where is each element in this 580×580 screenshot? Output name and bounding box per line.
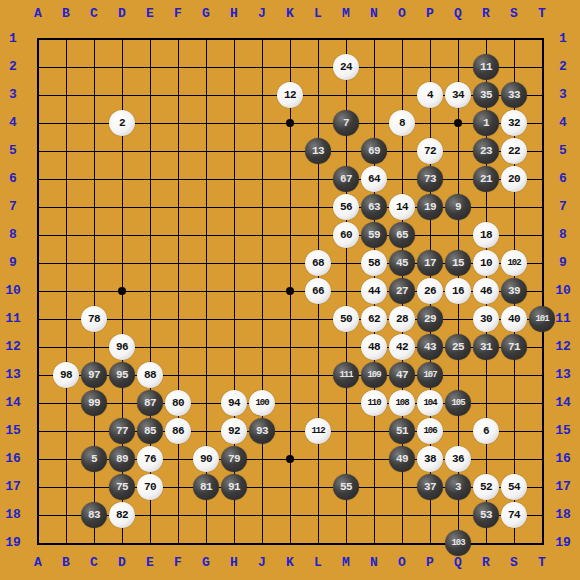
column-label-bottom-M: M xyxy=(334,555,358,571)
stone-black-19-P7[interactable]: 19 xyxy=(417,194,443,220)
column-label-top-O: O xyxy=(390,6,414,22)
row-label-left-2: 2 xyxy=(1,59,25,75)
stone-white-26-P10[interactable]: 26 xyxy=(417,278,443,304)
row-label-left-7: 7 xyxy=(1,199,25,215)
column-label-bottom-N: N xyxy=(362,555,386,571)
stone-white-16-Q10[interactable]: 16 xyxy=(445,278,471,304)
column-label-bottom-D: D xyxy=(110,555,134,571)
column-label-top-R: R xyxy=(474,6,498,22)
stone-white-10-R9[interactable]: 10 xyxy=(473,250,499,276)
column-label-bottom-H: H xyxy=(222,555,246,571)
row-label-left-6: 6 xyxy=(1,171,25,187)
stone-black-111-M13[interactable]: 111 xyxy=(333,362,359,388)
column-label-bottom-B: B xyxy=(54,555,78,571)
row-label-left-4: 4 xyxy=(1,115,25,131)
stone-white-48-N12[interactable]: 48 xyxy=(361,334,387,360)
stone-black-29-P11[interactable]: 29 xyxy=(417,306,443,332)
stone-white-6-R15[interactable]: 6 xyxy=(473,418,499,444)
stone-white-40-S11[interactable]: 40 xyxy=(501,306,527,332)
column-label-bottom-C: C xyxy=(82,555,106,571)
stone-white-74-S18[interactable]: 74 xyxy=(501,502,527,528)
stone-white-4-P3[interactable]: 4 xyxy=(417,82,443,108)
stone-white-80-F14[interactable]: 80 xyxy=(165,390,191,416)
stone-black-25-Q12[interactable]: 25 xyxy=(445,334,471,360)
stone-black-17-P9[interactable]: 17 xyxy=(417,250,443,276)
row-label-left-10: 10 xyxy=(1,283,25,299)
stone-black-101-T11[interactable]: 101 xyxy=(529,306,555,332)
stone-white-24-M2[interactable]: 24 xyxy=(333,54,359,80)
stone-black-11-R2[interactable]: 11 xyxy=(473,54,499,80)
row-label-left-9: 9 xyxy=(1,255,25,271)
row-label-left-16: 16 xyxy=(1,451,25,467)
stone-white-104-P14[interactable]: 104 xyxy=(417,390,443,416)
stone-white-54-S17[interactable]: 54 xyxy=(501,474,527,500)
stone-white-42-O12[interactable]: 42 xyxy=(389,334,415,360)
stone-black-71-S12[interactable]: 71 xyxy=(501,334,527,360)
stone-black-21-R6[interactable]: 21 xyxy=(473,166,499,192)
stone-white-62-N11[interactable]: 62 xyxy=(361,306,387,332)
stone-black-77-D15[interactable]: 77 xyxy=(109,418,135,444)
stone-white-66-L10[interactable]: 66 xyxy=(305,278,331,304)
stone-black-105-Q14[interactable]: 105 xyxy=(445,390,471,416)
stone-black-33-S3[interactable]: 33 xyxy=(501,82,527,108)
column-label-bottom-A: A xyxy=(26,555,50,571)
column-label-bottom-F: F xyxy=(166,555,190,571)
stone-black-87-E14[interactable]: 87 xyxy=(137,390,163,416)
row-label-left-15: 15 xyxy=(1,423,25,439)
stone-white-68-L9[interactable]: 68 xyxy=(305,250,331,276)
stone-white-44-N10[interactable]: 44 xyxy=(361,278,387,304)
column-label-top-S: S xyxy=(502,6,526,22)
column-label-top-N: N xyxy=(362,6,386,22)
column-label-bottom-P: P xyxy=(418,555,442,571)
column-label-bottom-J: J xyxy=(250,555,274,571)
stone-white-36-Q16[interactable]: 36 xyxy=(445,446,471,472)
stone-white-22-S5[interactable]: 22 xyxy=(501,138,527,164)
stone-white-20-S6[interactable]: 20 xyxy=(501,166,527,192)
stone-white-52-R17[interactable]: 52 xyxy=(473,474,499,500)
stone-white-96-D12[interactable]: 96 xyxy=(109,334,135,360)
column-label-top-K: K xyxy=(278,6,302,22)
stone-white-70-E17[interactable]: 70 xyxy=(137,474,163,500)
column-label-bottom-T: T xyxy=(530,555,554,571)
stone-white-72-P5[interactable]: 72 xyxy=(417,138,443,164)
stone-black-47-O13[interactable]: 47 xyxy=(389,362,415,388)
column-label-bottom-E: E xyxy=(138,555,162,571)
column-label-bottom-G: G xyxy=(194,555,218,571)
column-label-top-A: A xyxy=(26,6,50,22)
stone-white-30-R11[interactable]: 30 xyxy=(473,306,499,332)
stones-layer: 2411124343533278132136972232267647321205… xyxy=(24,25,556,557)
stone-black-27-O10[interactable]: 27 xyxy=(389,278,415,304)
stone-black-67-M6[interactable]: 67 xyxy=(333,166,359,192)
column-label-bottom-S: S xyxy=(502,555,526,571)
column-label-bottom-K: K xyxy=(278,555,302,571)
stone-white-112-L15[interactable]: 112 xyxy=(305,418,331,444)
stone-black-89-D16[interactable]: 89 xyxy=(109,446,135,472)
stone-white-50-M11[interactable]: 50 xyxy=(333,306,359,332)
row-label-left-18: 18 xyxy=(1,507,25,523)
stone-white-82-D18[interactable]: 82 xyxy=(109,502,135,528)
stone-black-35-R3[interactable]: 35 xyxy=(473,82,499,108)
stone-white-2-D4[interactable]: 2 xyxy=(109,110,135,136)
stone-white-100-J14[interactable]: 100 xyxy=(249,390,275,416)
stone-black-15-Q9[interactable]: 15 xyxy=(445,250,471,276)
column-label-bottom-R: R xyxy=(474,555,498,571)
stone-white-98-B13[interactable]: 98 xyxy=(53,362,79,388)
stone-black-37-P17[interactable]: 37 xyxy=(417,474,443,500)
row-label-left-12: 12 xyxy=(1,339,25,355)
row-label-left-17: 17 xyxy=(1,479,25,495)
stone-white-56-M7[interactable]: 56 xyxy=(333,194,359,220)
row-label-left-13: 13 xyxy=(1,367,25,383)
stone-black-63-N7[interactable]: 63 xyxy=(361,194,387,220)
stone-black-69-N5[interactable]: 69 xyxy=(361,138,387,164)
stone-black-49-O16[interactable]: 49 xyxy=(389,446,415,472)
column-label-top-T: T xyxy=(530,6,554,22)
row-label-left-11: 11 xyxy=(1,311,25,327)
stone-black-107-P13[interactable]: 107 xyxy=(417,362,443,388)
column-label-top-C: C xyxy=(82,6,106,22)
stone-black-109-N13[interactable]: 109 xyxy=(361,362,387,388)
stone-white-18-R8[interactable]: 18 xyxy=(473,222,499,248)
stone-black-79-H16[interactable]: 79 xyxy=(221,446,247,472)
stone-white-58-N9[interactable]: 58 xyxy=(361,250,387,276)
stone-white-46-R10[interactable]: 46 xyxy=(473,278,499,304)
row-label-left-1: 1 xyxy=(1,31,25,47)
stone-black-97-C13[interactable]: 97 xyxy=(81,362,107,388)
stone-black-23-R5[interactable]: 23 xyxy=(473,138,499,164)
stone-white-14-O7[interactable]: 14 xyxy=(389,194,415,220)
stone-white-28-O11[interactable]: 28 xyxy=(389,306,415,332)
stone-black-31-R12[interactable]: 31 xyxy=(473,334,499,360)
stone-black-91-H17[interactable]: 91 xyxy=(221,474,247,500)
column-label-top-P: P xyxy=(418,6,442,22)
stone-white-102-S9[interactable]: 102 xyxy=(501,250,527,276)
column-label-top-D: D xyxy=(110,6,134,22)
column-label-top-L: L xyxy=(306,6,330,22)
stone-black-83-C18[interactable]: 83 xyxy=(81,502,107,528)
stone-black-95-D13[interactable]: 95 xyxy=(109,362,135,388)
column-label-top-B: B xyxy=(54,6,78,22)
stone-white-76-E16[interactable]: 76 xyxy=(137,446,163,472)
stone-white-86-F15[interactable]: 86 xyxy=(165,418,191,444)
column-label-top-J: J xyxy=(250,6,274,22)
go-board[interactable]: ABCDEFGHJKLMNOPQRST ABCDEFGHJKLMNOPQRST … xyxy=(0,0,580,580)
stone-white-8-O4[interactable]: 8 xyxy=(389,110,415,136)
stone-black-5-C16[interactable]: 5 xyxy=(81,446,107,472)
stone-white-108-O14[interactable]: 108 xyxy=(389,390,415,416)
column-label-top-G: G xyxy=(194,6,218,22)
stone-black-43-P12[interactable]: 43 xyxy=(417,334,443,360)
stone-white-94-H14[interactable]: 94 xyxy=(221,390,247,416)
stone-white-12-K3[interactable]: 12 xyxy=(277,82,303,108)
stone-black-93-J15[interactable]: 93 xyxy=(249,418,275,444)
row-label-left-8: 8 xyxy=(1,227,25,243)
stone-black-53-R18[interactable]: 53 xyxy=(473,502,499,528)
stone-black-3-Q17[interactable]: 3 xyxy=(445,474,471,500)
column-label-top-Q: Q xyxy=(446,6,470,22)
stone-white-88-E13[interactable]: 88 xyxy=(137,362,163,388)
stone-white-32-S4[interactable]: 32 xyxy=(501,110,527,136)
stone-black-99-C14[interactable]: 99 xyxy=(81,390,107,416)
stone-white-64-N6[interactable]: 64 xyxy=(361,166,387,192)
row-label-left-3: 3 xyxy=(1,87,25,103)
stone-black-59-N8[interactable]: 59 xyxy=(361,222,387,248)
stone-black-1-R4[interactable]: 1 xyxy=(473,110,499,136)
row-label-left-19: 19 xyxy=(1,535,25,551)
stone-black-81-G17[interactable]: 81 xyxy=(193,474,219,500)
stone-white-106-P15[interactable]: 106 xyxy=(417,418,443,444)
column-label-top-H: H xyxy=(222,6,246,22)
stone-white-90-G16[interactable]: 90 xyxy=(193,446,219,472)
stone-black-65-O8[interactable]: 65 xyxy=(389,222,415,248)
stone-white-60-M8[interactable]: 60 xyxy=(333,222,359,248)
stone-black-51-O15[interactable]: 51 xyxy=(389,418,415,444)
column-label-top-M: M xyxy=(334,6,358,22)
stone-black-73-P6[interactable]: 73 xyxy=(417,166,443,192)
stone-black-45-O9[interactable]: 45 xyxy=(389,250,415,276)
column-label-top-E: E xyxy=(138,6,162,22)
stone-white-78-C11[interactable]: 78 xyxy=(81,306,107,332)
stone-black-39-S10[interactable]: 39 xyxy=(501,278,527,304)
stone-white-34-Q3[interactable]: 34 xyxy=(445,82,471,108)
stone-black-103-Q19[interactable]: 103 xyxy=(445,530,471,556)
stone-black-13-L5[interactable]: 13 xyxy=(305,138,331,164)
stone-white-110-N14[interactable]: 110 xyxy=(361,390,387,416)
stone-black-55-M17[interactable]: 55 xyxy=(333,474,359,500)
column-label-top-F: F xyxy=(166,6,190,22)
row-label-left-5: 5 xyxy=(1,143,25,159)
column-label-bottom-Q: Q xyxy=(446,555,470,571)
stone-black-7-M4[interactable]: 7 xyxy=(333,110,359,136)
stone-black-9-Q7[interactable]: 9 xyxy=(445,194,471,220)
stone-black-85-E15[interactable]: 85 xyxy=(137,418,163,444)
column-label-bottom-L: L xyxy=(306,555,330,571)
column-label-bottom-O: O xyxy=(390,555,414,571)
row-label-left-14: 14 xyxy=(1,395,25,411)
stone-white-38-P16[interactable]: 38 xyxy=(417,446,443,472)
stone-black-75-D17[interactable]: 75 xyxy=(109,474,135,500)
stone-white-92-H15[interactable]: 92 xyxy=(221,418,247,444)
